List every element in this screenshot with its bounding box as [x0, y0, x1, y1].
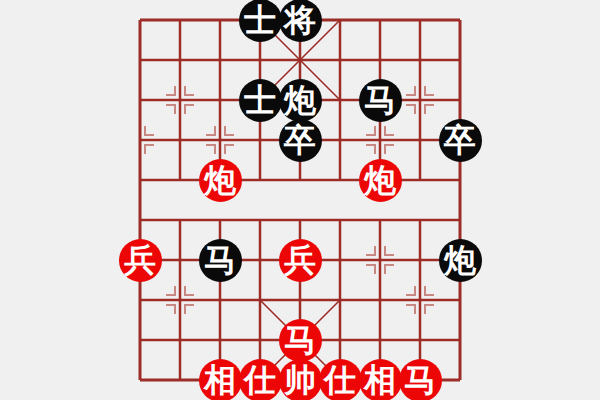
red-cannon-piece[interactable]: 炮	[359, 159, 402, 202]
black-soldier-piece[interactable]: 卒	[279, 119, 322, 162]
black-advisor-piece[interactable]: 士	[239, 79, 282, 122]
xiangqi-board: 士将士炮马卒卒炮炮兵马兵炮马相仕帅仕相马	[0, 0, 600, 400]
red-advisor-piece[interactable]: 仕	[239, 359, 282, 400]
red-elephant-piece[interactable]: 相	[359, 359, 402, 400]
black-cannon-piece[interactable]: 炮	[279, 79, 322, 122]
black-soldier-piece[interactable]: 卒	[439, 119, 482, 162]
black-general-piece[interactable]: 将	[279, 0, 322, 42]
black-cannon-piece[interactable]: 炮	[439, 239, 482, 282]
pieces-layer: 士将士炮马卒卒炮炮兵马兵炮马相仕帅仕相马	[0, 0, 600, 400]
red-horse-piece[interactable]: 马	[279, 319, 322, 362]
red-soldier-piece[interactable]: 兵	[119, 239, 162, 282]
red-elephant-piece[interactable]: 相	[199, 359, 242, 400]
red-cannon-piece[interactable]: 炮	[199, 159, 242, 202]
red-soldier-piece[interactable]: 兵	[279, 239, 322, 282]
black-horse-piece[interactable]: 马	[199, 239, 242, 282]
black-horse-piece[interactable]: 马	[359, 79, 402, 122]
red-general-piece[interactable]: 帅	[279, 359, 322, 400]
black-advisor-piece[interactable]: 士	[239, 0, 282, 42]
red-horse-piece[interactable]: 马	[399, 359, 442, 400]
red-advisor-piece[interactable]: 仕	[319, 359, 362, 400]
